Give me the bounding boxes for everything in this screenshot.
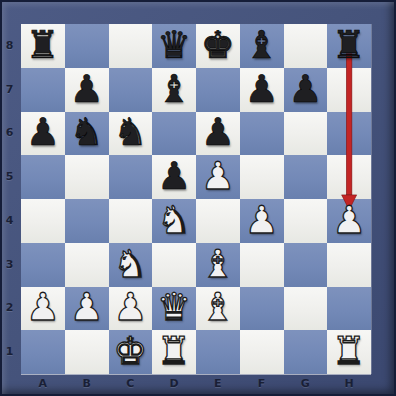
square-c2[interactable]: ♟ xyxy=(109,287,153,331)
square-a1[interactable] xyxy=(21,330,65,374)
black-rook-h8[interactable]: ♜ xyxy=(332,26,366,64)
square-a6[interactable]: ♟ xyxy=(21,112,65,156)
rank-label-3: 3 xyxy=(0,258,19,271)
square-f3[interactable] xyxy=(240,243,284,287)
black-bishop-d7[interactable]: ♝ xyxy=(157,70,191,108)
black-pawn-b7[interactable]: ♟ xyxy=(70,70,104,108)
white-rook-h1[interactable]: ♜ xyxy=(332,332,366,370)
rank-label-5: 5 xyxy=(0,170,19,183)
square-h5[interactable] xyxy=(327,155,371,199)
square-b7[interactable]: ♟ xyxy=(65,68,109,112)
square-c4[interactable] xyxy=(109,199,153,243)
black-king-e8[interactable]: ♚ xyxy=(201,26,235,64)
rank-label-1: 1 xyxy=(0,345,19,358)
black-pawn-f7[interactable]: ♟ xyxy=(245,70,279,108)
square-e6[interactable]: ♟ xyxy=(196,112,240,156)
square-c8[interactable] xyxy=(109,24,153,68)
white-queen-d2[interactable]: ♛ xyxy=(157,288,191,326)
square-e5[interactable]: ♟ xyxy=(196,155,240,199)
white-pawn-e5[interactable]: ♟ xyxy=(201,157,235,195)
square-c5[interactable] xyxy=(109,155,153,199)
square-f5[interactable] xyxy=(240,155,284,199)
black-knight-b6[interactable]: ♞ xyxy=(70,113,104,151)
white-king-c1[interactable]: ♚ xyxy=(113,332,147,370)
file-label-c: C xyxy=(109,377,153,393)
square-b8[interactable] xyxy=(65,24,109,68)
white-pawn-f4[interactable]: ♟ xyxy=(245,201,279,239)
square-f1[interactable] xyxy=(240,330,284,374)
square-h3[interactable] xyxy=(327,243,371,287)
square-b6[interactable]: ♞ xyxy=(65,112,109,156)
square-b3[interactable] xyxy=(65,243,109,287)
square-g5[interactable] xyxy=(284,155,328,199)
white-knight-c3[interactable]: ♞ xyxy=(113,245,147,283)
square-h2[interactable] xyxy=(327,287,371,331)
square-d5[interactable]: ♟ xyxy=(152,155,196,199)
square-f6[interactable] xyxy=(240,112,284,156)
white-bishop-e3[interactable]: ♝ xyxy=(201,245,235,283)
square-d4[interactable]: ♞ xyxy=(152,199,196,243)
square-d7[interactable]: ♝ xyxy=(152,68,196,112)
black-pawn-g7[interactable]: ♟ xyxy=(288,70,322,108)
square-a5[interactable] xyxy=(21,155,65,199)
square-h7[interactable] xyxy=(327,68,371,112)
black-pawn-e6[interactable]: ♟ xyxy=(201,113,235,151)
white-pawn-c2[interactable]: ♟ xyxy=(113,288,147,326)
square-d2[interactable]: ♛ xyxy=(152,287,196,331)
rank-label-8: 8 xyxy=(0,39,19,52)
square-b5[interactable] xyxy=(65,155,109,199)
square-d1[interactable]: ♜ xyxy=(152,330,196,374)
square-f7[interactable]: ♟ xyxy=(240,68,284,112)
square-c7[interactable] xyxy=(109,68,153,112)
square-c1[interactable]: ♚ xyxy=(109,330,153,374)
square-h8[interactable]: ♜ xyxy=(327,24,371,68)
black-rook-a8[interactable]: ♜ xyxy=(26,26,60,64)
square-g8[interactable] xyxy=(284,24,328,68)
white-rook-d1[interactable]: ♜ xyxy=(157,332,191,370)
square-h4[interactable]: ♟ xyxy=(327,199,371,243)
white-pawn-h4[interactable]: ♟ xyxy=(332,201,366,239)
square-g2[interactable] xyxy=(284,287,328,331)
square-h6[interactable] xyxy=(327,112,371,156)
square-d3[interactable] xyxy=(152,243,196,287)
white-bishop-e2[interactable]: ♝ xyxy=(201,288,235,326)
square-e2[interactable]: ♝ xyxy=(196,287,240,331)
square-g1[interactable] xyxy=(284,330,328,374)
square-g4[interactable] xyxy=(284,199,328,243)
square-e3[interactable]: ♝ xyxy=(196,243,240,287)
file-label-a: A xyxy=(21,377,65,393)
square-g7[interactable]: ♟ xyxy=(284,68,328,112)
square-a4[interactable] xyxy=(21,199,65,243)
square-b4[interactable] xyxy=(65,199,109,243)
square-d6[interactable] xyxy=(152,112,196,156)
black-queen-d8[interactable]: ♛ xyxy=(157,26,191,64)
square-e7[interactable] xyxy=(196,68,240,112)
rank-label-4: 4 xyxy=(0,214,19,227)
square-a3[interactable] xyxy=(21,243,65,287)
square-c3[interactable]: ♞ xyxy=(109,243,153,287)
square-g3[interactable] xyxy=(284,243,328,287)
white-knight-d4[interactable]: ♞ xyxy=(157,201,191,239)
black-pawn-a6[interactable]: ♟ xyxy=(26,113,60,151)
white-pawn-b2[interactable]: ♟ xyxy=(70,288,104,326)
square-b1[interactable] xyxy=(65,330,109,374)
rank-label-7: 7 xyxy=(0,83,19,96)
square-e8[interactable]: ♚ xyxy=(196,24,240,68)
square-a2[interactable]: ♟ xyxy=(21,287,65,331)
square-g6[interactable] xyxy=(284,112,328,156)
square-f2[interactable] xyxy=(240,287,284,331)
square-h1[interactable]: ♜ xyxy=(327,330,371,374)
chess-board: ♜♛♚♝♜♟♝♟♟♟♞♞♟♟♟♞♟♟♞♝♟♟♟♛♝♚♜♜ xyxy=(21,24,371,374)
square-f4[interactable]: ♟ xyxy=(240,199,284,243)
square-a8[interactable]: ♜ xyxy=(21,24,65,68)
square-a7[interactable] xyxy=(21,68,65,112)
black-bishop-f8[interactable]: ♝ xyxy=(245,26,279,64)
file-label-h: H xyxy=(327,377,371,393)
square-d8[interactable]: ♛ xyxy=(152,24,196,68)
file-label-f: F xyxy=(240,377,284,393)
black-pawn-d5[interactable]: ♟ xyxy=(157,157,191,195)
square-e1[interactable] xyxy=(196,330,240,374)
file-label-e: E xyxy=(196,377,240,393)
square-e4[interactable] xyxy=(196,199,240,243)
file-label-b: B xyxy=(65,377,109,393)
rank-label-6: 6 xyxy=(0,126,19,139)
square-c6[interactable]: ♞ xyxy=(109,112,153,156)
square-b2[interactable]: ♟ xyxy=(65,287,109,331)
square-f8[interactable]: ♝ xyxy=(240,24,284,68)
file-label-d: D xyxy=(152,377,196,393)
rank-label-2: 2 xyxy=(0,301,19,314)
black-knight-c6[interactable]: ♞ xyxy=(113,113,147,151)
chess-board-frame: ♜♛♚♝♜♟♝♟♟♟♞♞♟♟♟♞♟♟♞♝♟♟♟♛♝♚♜♜ 87654321ABC… xyxy=(0,0,396,396)
file-label-g: G xyxy=(284,377,328,393)
white-pawn-a2[interactable]: ♟ xyxy=(26,288,60,326)
